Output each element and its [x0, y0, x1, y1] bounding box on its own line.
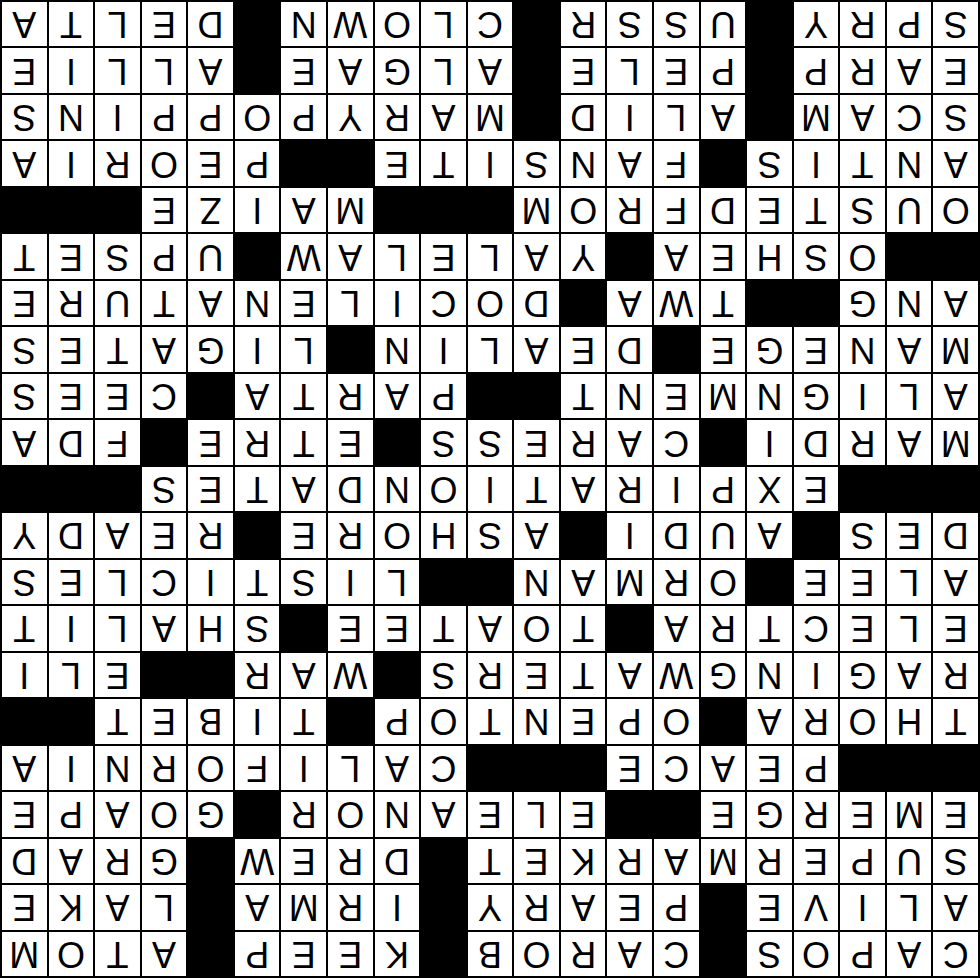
letter-cell[interactable]: P: [375, 699, 420, 743]
letter-cell[interactable]: R: [375, 95, 420, 139]
letter-cell[interactable]: R: [607, 188, 652, 232]
letter-cell[interactable]: A: [607, 653, 652, 697]
letter-cell[interactable]: D: [328, 467, 373, 511]
letter-cell[interactable]: E: [747, 885, 792, 929]
letter-cell[interactable]: I: [95, 95, 140, 139]
letter-cell[interactable]: P: [840, 839, 885, 883]
letter-cell[interactable]: S: [235, 606, 280, 650]
letter-cell[interactable]: O: [840, 699, 885, 743]
letter-cell[interactable]: E: [328, 420, 373, 464]
letter-cell[interactable]: M: [701, 374, 746, 418]
letter-cell[interactable]: S: [933, 95, 978, 139]
letter-cell[interactable]: E: [281, 281, 326, 325]
letter-cell[interactable]: N: [95, 746, 140, 790]
letter-cell[interactable]: G: [142, 839, 187, 883]
letter-cell[interactable]: I: [421, 327, 466, 371]
letter-cell[interactable]: T: [235, 560, 280, 604]
letter-cell[interactable]: N: [887, 281, 932, 325]
letter-cell[interactable]: O: [421, 699, 466, 743]
letter-cell[interactable]: T: [281, 699, 326, 743]
letter-cell[interactable]: P: [235, 932, 280, 976]
letter-cell[interactable]: I: [49, 141, 94, 185]
letter-cell[interactable]: E: [49, 327, 94, 371]
letter-cell[interactable]: C: [421, 746, 466, 790]
letter-cell[interactable]: Z: [188, 188, 233, 232]
letter-cell[interactable]: G: [701, 653, 746, 697]
letter-cell[interactable]: N: [887, 141, 932, 185]
letter-cell[interactable]: L: [375, 560, 420, 604]
letter-cell[interactable]: S: [2, 327, 47, 371]
letter-cell[interactable]: L: [281, 327, 326, 371]
letter-cell[interactable]: O: [654, 699, 699, 743]
letter-cell[interactable]: I: [235, 188, 280, 232]
letter-cell[interactable]: N: [375, 327, 420, 371]
letter-cell[interactable]: A: [701, 95, 746, 139]
letter-cell[interactable]: R: [840, 48, 885, 92]
letter-cell[interactable]: A: [561, 885, 606, 929]
letter-cell[interactable]: A: [887, 932, 932, 976]
letter-cell[interactable]: S: [142, 467, 187, 511]
letter-cell[interactable]: L: [887, 374, 932, 418]
letter-cell[interactable]: I: [49, 746, 94, 790]
letter-cell[interactable]: D: [701, 188, 746, 232]
letter-cell[interactable]: A: [281, 653, 326, 697]
letter-cell[interactable]: A: [887, 653, 932, 697]
letter-cell[interactable]: A: [142, 327, 187, 371]
letter-cell[interactable]: O: [561, 188, 606, 232]
letter-cell[interactable]: C: [654, 932, 699, 976]
letter-cell[interactable]: A: [933, 560, 978, 604]
letter-cell[interactable]: G: [747, 792, 792, 836]
letter-cell[interactable]: C: [794, 606, 839, 650]
letter-cell[interactable]: R: [235, 653, 280, 697]
letter-cell[interactable]: A: [2, 141, 47, 185]
letter-cell[interactable]: N: [514, 699, 559, 743]
letter-cell[interactable]: N: [561, 141, 606, 185]
letter-cell[interactable]: B: [188, 699, 233, 743]
letter-cell[interactable]: T: [49, 2, 94, 46]
letter-cell[interactable]: T: [468, 699, 513, 743]
letter-cell[interactable]: A: [49, 839, 94, 883]
letter-cell[interactable]: T: [235, 467, 280, 511]
letter-cell[interactable]: G: [188, 327, 233, 371]
letter-cell[interactable]: E: [375, 606, 420, 650]
letter-cell[interactable]: R: [235, 420, 280, 464]
letter-cell[interactable]: I: [794, 653, 839, 697]
letter-cell[interactable]: P: [654, 885, 699, 929]
letter-cell[interactable]: L: [421, 2, 466, 46]
letter-cell[interactable]: E: [747, 746, 792, 790]
letter-cell[interactable]: U: [95, 281, 140, 325]
letter-cell[interactable]: E: [328, 932, 373, 976]
letter-cell[interactable]: T: [281, 420, 326, 464]
letter-cell[interactable]: G: [840, 653, 885, 697]
letter-cell[interactable]: L: [887, 885, 932, 929]
letter-cell[interactable]: G: [840, 281, 885, 325]
letter-cell[interactable]: A: [235, 374, 280, 418]
letter-cell[interactable]: R: [561, 932, 606, 976]
letter-cell[interactable]: M: [933, 327, 978, 371]
letter-cell[interactable]: O: [701, 560, 746, 604]
letter-cell[interactable]: E: [188, 467, 233, 511]
letter-cell[interactable]: O: [514, 932, 559, 976]
letter-cell[interactable]: N: [747, 374, 792, 418]
letter-cell[interactable]: W: [281, 234, 326, 278]
letter-cell[interactable]: A: [375, 374, 420, 418]
letter-cell[interactable]: M: [468, 95, 513, 139]
letter-cell[interactable]: A: [328, 48, 373, 92]
letter-cell[interactable]: S: [747, 932, 792, 976]
letter-cell[interactable]: V: [794, 885, 839, 929]
letter-cell[interactable]: S: [840, 513, 885, 557]
letter-cell[interactable]: E: [142, 699, 187, 743]
letter-cell[interactable]: N: [375, 467, 420, 511]
letter-cell[interactable]: I: [328, 560, 373, 604]
letter-cell[interactable]: D: [2, 839, 47, 883]
letter-cell[interactable]: O: [840, 234, 885, 278]
letter-cell[interactable]: A: [235, 885, 280, 929]
letter-cell[interactable]: C: [421, 281, 466, 325]
letter-cell[interactable]: L: [142, 48, 187, 92]
letter-cell[interactable]: R: [561, 420, 606, 464]
letter-cell[interactable]: R: [514, 885, 559, 929]
letter-cell[interactable]: P: [701, 48, 746, 92]
letter-cell[interactable]: R: [607, 839, 652, 883]
letter-cell[interactable]: R: [142, 746, 187, 790]
letter-cell[interactable]: R: [794, 792, 839, 836]
letter-cell[interactable]: U: [701, 513, 746, 557]
letter-cell[interactable]: L: [654, 95, 699, 139]
letter-cell[interactable]: S: [421, 420, 466, 464]
letter-cell[interactable]: C: [933, 932, 978, 976]
letter-cell[interactable]: I: [468, 467, 513, 511]
letter-cell[interactable]: D: [933, 513, 978, 557]
letter-cell[interactable]: I: [840, 374, 885, 418]
letter-cell[interactable]: I: [188, 560, 233, 604]
letter-cell[interactable]: Y: [468, 885, 513, 929]
letter-cell[interactable]: P: [142, 234, 187, 278]
letter-cell[interactable]: E: [514, 653, 559, 697]
letter-cell[interactable]: E: [840, 606, 885, 650]
letter-cell[interactable]: L: [887, 560, 932, 604]
letter-cell[interactable]: R: [794, 699, 839, 743]
letter-cell[interactable]: A: [2, 2, 47, 46]
letter-cell[interactable]: S: [933, 2, 978, 46]
letter-cell[interactable]: E: [95, 374, 140, 418]
letter-cell[interactable]: P: [49, 792, 94, 836]
letter-cell[interactable]: T: [95, 327, 140, 371]
letter-cell[interactable]: X: [747, 467, 792, 511]
letter-cell[interactable]: P: [281, 95, 326, 139]
letter-cell[interactable]: O: [375, 2, 420, 46]
letter-cell[interactable]: M: [281, 885, 326, 929]
letter-cell[interactable]: A: [607, 420, 652, 464]
letter-cell[interactable]: P: [142, 95, 187, 139]
letter-cell[interactable]: M: [933, 420, 978, 464]
letter-cell[interactable]: A: [561, 467, 606, 511]
letter-cell[interactable]: E: [281, 932, 326, 976]
letter-cell[interactable]: E: [2, 885, 47, 929]
letter-cell[interactable]: A: [747, 699, 792, 743]
letter-cell[interactable]: I: [840, 885, 885, 929]
letter-cell[interactable]: T: [95, 932, 140, 976]
letter-cell[interactable]: I: [375, 885, 420, 929]
letter-cell[interactable]: R: [933, 653, 978, 697]
letter-cell[interactable]: O: [514, 606, 559, 650]
letter-cell[interactable]: E: [794, 327, 839, 371]
letter-cell[interactable]: L: [95, 2, 140, 46]
letter-cell[interactable]: U: [887, 839, 932, 883]
letter-cell[interactable]: R: [188, 513, 233, 557]
letter-cell[interactable]: O: [142, 141, 187, 185]
letter-cell[interactable]: T: [561, 606, 606, 650]
letter-cell[interactable]: A: [887, 420, 932, 464]
letter-cell[interactable]: R: [607, 467, 652, 511]
letter-cell[interactable]: L: [95, 560, 140, 604]
letter-cell[interactable]: R: [468, 653, 513, 697]
letter-cell[interactable]: A: [142, 932, 187, 976]
letter-cell[interactable]: E: [701, 234, 746, 278]
letter-cell[interactable]: Y: [328, 95, 373, 139]
letter-cell[interactable]: A: [188, 48, 233, 92]
letter-cell[interactable]: W: [328, 2, 373, 46]
letter-cell[interactable]: M: [328, 188, 373, 232]
letter-cell[interactable]: N: [514, 560, 559, 604]
letter-cell[interactable]: U: [188, 234, 233, 278]
letter-cell[interactable]: A: [95, 885, 140, 929]
letter-cell[interactable]: O: [188, 746, 233, 790]
letter-cell[interactable]: R: [654, 560, 699, 604]
letter-cell[interactable]: S: [281, 560, 326, 604]
letter-cell[interactable]: W: [235, 839, 280, 883]
letter-cell[interactable]: E: [561, 699, 606, 743]
letter-cell[interactable]: E: [49, 374, 94, 418]
letter-cell[interactable]: L: [95, 48, 140, 92]
letter-cell[interactable]: S: [747, 141, 792, 185]
letter-cell[interactable]: N: [747, 653, 792, 697]
letter-cell[interactable]: T: [561, 374, 606, 418]
letter-cell[interactable]: P: [794, 48, 839, 92]
letter-cell[interactable]: H: [421, 513, 466, 557]
letter-cell[interactable]: F: [654, 141, 699, 185]
letter-cell[interactable]: D: [188, 2, 233, 46]
letter-cell[interactable]: D: [794, 420, 839, 464]
letter-cell[interactable]: I: [375, 281, 420, 325]
letter-cell[interactable]: S: [468, 513, 513, 557]
letter-cell[interactable]: B: [468, 932, 513, 976]
letter-cell[interactable]: A: [607, 281, 652, 325]
letter-cell[interactable]: E: [2, 792, 47, 836]
letter-cell[interactable]: T: [794, 188, 839, 232]
letter-cell[interactable]: R: [840, 420, 885, 464]
letter-cell[interactable]: Y: [794, 2, 839, 46]
letter-cell[interactable]: E: [654, 48, 699, 92]
letter-cell[interactable]: K: [375, 932, 420, 976]
letter-cell[interactable]: E: [654, 374, 699, 418]
letter-cell[interactable]: D: [375, 839, 420, 883]
letter-cell[interactable]: I: [747, 420, 792, 464]
letter-cell[interactable]: R: [747, 839, 792, 883]
letter-cell[interactable]: E: [188, 420, 233, 464]
letter-cell[interactable]: I: [49, 48, 94, 92]
letter-cell[interactable]: A: [933, 374, 978, 418]
letter-cell[interactable]: T: [514, 467, 559, 511]
letter-cell[interactable]: E: [514, 839, 559, 883]
letter-cell[interactable]: L: [95, 606, 140, 650]
letter-cell[interactable]: D: [654, 513, 699, 557]
letter-cell[interactable]: S: [933, 839, 978, 883]
letter-cell[interactable]: C: [468, 2, 513, 46]
letter-cell[interactable]: E: [95, 653, 140, 697]
letter-cell[interactable]: E: [2, 48, 47, 92]
letter-cell[interactable]: T: [701, 281, 746, 325]
letter-cell[interactable]: R: [95, 839, 140, 883]
letter-cell[interactable]: P: [188, 95, 233, 139]
letter-cell[interactable]: A: [654, 839, 699, 883]
letter-cell[interactable]: R: [95, 141, 140, 185]
letter-cell[interactable]: R: [840, 2, 885, 46]
letter-cell[interactable]: T: [421, 141, 466, 185]
letter-cell[interactable]: T: [2, 234, 47, 278]
letter-cell[interactable]: H: [188, 606, 233, 650]
letter-cell[interactable]: A: [514, 327, 559, 371]
letter-cell[interactable]: A: [840, 95, 885, 139]
letter-cell[interactable]: E: [142, 2, 187, 46]
letter-cell[interactable]: N: [607, 374, 652, 418]
letter-cell[interactable]: E: [561, 327, 606, 371]
letter-cell[interactable]: E: [794, 839, 839, 883]
letter-cell[interactable]: M: [2, 932, 47, 976]
letter-cell[interactable]: E: [468, 792, 513, 836]
letter-cell[interactable]: O: [794, 932, 839, 976]
letter-cell[interactable]: R: [49, 281, 94, 325]
letter-cell[interactable]: A: [654, 234, 699, 278]
letter-cell[interactable]: E: [328, 606, 373, 650]
letter-cell[interactable]: C: [654, 420, 699, 464]
letter-cell[interactable]: M: [794, 95, 839, 139]
letter-cell[interactable]: R: [328, 513, 373, 557]
letter-cell[interactable]: M: [887, 792, 932, 836]
letter-cell[interactable]: T: [421, 606, 466, 650]
letter-cell[interactable]: O: [421, 467, 466, 511]
letter-cell[interactable]: H: [747, 234, 792, 278]
letter-cell[interactable]: E: [2, 281, 47, 325]
letter-cell[interactable]: U: [887, 188, 932, 232]
letter-cell[interactable]: E: [794, 467, 839, 511]
letter-cell[interactable]: T: [95, 699, 140, 743]
letter-cell[interactable]: L: [468, 234, 513, 278]
letter-cell[interactable]: A: [2, 746, 47, 790]
letter-cell[interactable]: L: [375, 234, 420, 278]
letter-cell[interactable]: L: [142, 885, 187, 929]
letter-cell[interactable]: D: [607, 327, 652, 371]
letter-cell[interactable]: G: [794, 374, 839, 418]
letter-cell[interactable]: E: [840, 560, 885, 604]
letter-cell[interactable]: M: [701, 839, 746, 883]
letter-cell[interactable]: A: [933, 281, 978, 325]
letter-cell[interactable]: A: [607, 141, 652, 185]
letter-cell[interactable]: S: [2, 560, 47, 604]
letter-cell[interactable]: E: [142, 188, 187, 232]
letter-cell[interactable]: Y: [561, 234, 606, 278]
letter-cell[interactable]: A: [281, 188, 326, 232]
letter-cell[interactable]: L: [328, 746, 373, 790]
letter-cell[interactable]: T: [468, 839, 513, 883]
letter-cell[interactable]: P: [794, 746, 839, 790]
letter-cell[interactable]: E: [794, 560, 839, 604]
letter-cell[interactable]: S: [514, 141, 559, 185]
letter-cell[interactable]: I: [49, 606, 94, 650]
letter-cell[interactable]: A: [421, 95, 466, 139]
letter-cell[interactable]: D: [49, 420, 94, 464]
letter-cell[interactable]: M: [514, 188, 559, 232]
letter-cell[interactable]: Y: [2, 513, 47, 557]
letter-cell[interactable]: N: [235, 281, 280, 325]
letter-cell[interactable]: A: [95, 792, 140, 836]
letter-cell[interactable]: E: [840, 792, 885, 836]
letter-cell[interactable]: S: [468, 420, 513, 464]
letter-cell[interactable]: S: [2, 95, 47, 139]
letter-cell[interactable]: A: [514, 513, 559, 557]
letter-cell[interactable]: O: [328, 792, 373, 836]
letter-cell[interactable]: T: [561, 653, 606, 697]
letter-cell[interactable]: E: [281, 839, 326, 883]
letter-cell[interactable]: E: [142, 513, 187, 557]
letter-cell[interactable]: R: [281, 792, 326, 836]
letter-cell[interactable]: S: [654, 2, 699, 46]
letter-cell[interactable]: P: [840, 932, 885, 976]
letter-cell[interactable]: E: [701, 327, 746, 371]
letter-cell[interactable]: P: [421, 374, 466, 418]
letter-cell[interactable]: O: [142, 792, 187, 836]
letter-cell[interactable]: A: [95, 513, 140, 557]
letter-cell[interactable]: A: [2, 420, 47, 464]
letter-cell[interactable]: A: [468, 48, 513, 92]
letter-cell[interactable]: I: [794, 141, 839, 185]
letter-cell[interactable]: C: [142, 374, 187, 418]
letter-cell[interactable]: O: [375, 513, 420, 557]
letter-cell[interactable]: D: [514, 281, 559, 325]
letter-cell[interactable]: E: [887, 513, 932, 557]
letter-cell[interactable]: A: [701, 746, 746, 790]
letter-cell[interactable]: R: [561, 2, 606, 46]
letter-cell[interactable]: E: [49, 234, 94, 278]
letter-cell[interactable]: L: [421, 48, 466, 92]
letter-cell[interactable]: E: [49, 560, 94, 604]
letter-cell[interactable]: O: [468, 281, 513, 325]
letter-cell[interactable]: L: [887, 606, 932, 650]
letter-cell[interactable]: A: [188, 281, 233, 325]
letter-cell[interactable]: G: [747, 327, 792, 371]
letter-cell[interactable]: A: [328, 234, 373, 278]
letter-cell[interactable]: P: [607, 699, 652, 743]
letter-cell[interactable]: O: [49, 932, 94, 976]
letter-cell[interactable]: E: [747, 188, 792, 232]
letter-cell[interactable]: R: [328, 885, 373, 929]
letter-cell[interactable]: I: [468, 141, 513, 185]
letter-cell[interactable]: T: [840, 141, 885, 185]
letter-cell[interactable]: E: [281, 513, 326, 557]
letter-cell[interactable]: T: [142, 281, 187, 325]
letter-cell[interactable]: E: [561, 48, 606, 92]
letter-cell[interactable]: O: [235, 95, 280, 139]
letter-cell[interactable]: I: [2, 653, 47, 697]
letter-cell[interactable]: N: [49, 95, 94, 139]
letter-cell[interactable]: L: [514, 792, 559, 836]
letter-cell[interactable]: K: [49, 885, 94, 929]
letter-cell[interactable]: E: [421, 234, 466, 278]
letter-cell[interactable]: T: [747, 606, 792, 650]
